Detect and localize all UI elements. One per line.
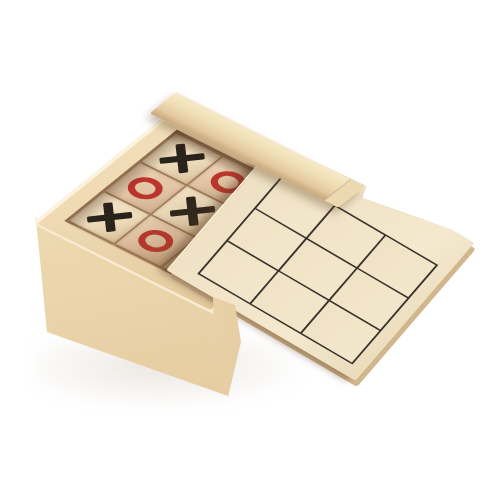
product-photo-canvas xyxy=(0,0,500,500)
lid-clip-region xyxy=(0,0,500,500)
